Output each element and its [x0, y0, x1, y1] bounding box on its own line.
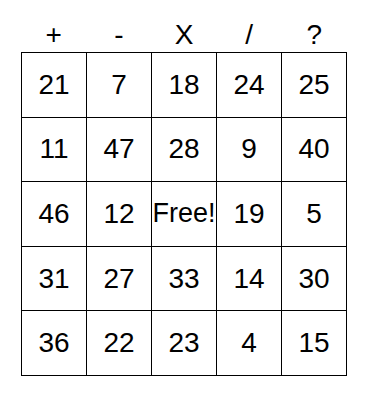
bingo-cell-r3c2[interactable]: 12: [87, 182, 151, 246]
bingo-cell-r4c4[interactable]: 14: [217, 247, 281, 311]
operation-symbol-2: -: [86, 18, 151, 52]
bingo-cell-r5c3[interactable]: 23: [152, 311, 216, 375]
operation-symbol-4: /: [217, 18, 282, 52]
bingo-cell-r2c1[interactable]: 11: [22, 118, 86, 182]
bingo-cell-r2c4[interactable]: 9: [217, 118, 281, 182]
bingo-cell-r1c3[interactable]: 18: [152, 53, 216, 117]
bingo-cell-r2c5[interactable]: 40: [282, 118, 346, 182]
bingo-cell-r5c2[interactable]: 22: [87, 311, 151, 375]
bingo-cell-r5c4[interactable]: 4: [217, 311, 281, 375]
bingo-cell-r4c2[interactable]: 27: [87, 247, 151, 311]
operation-header-row: +-X/?: [21, 18, 347, 52]
bingo-cell-r1c1[interactable]: 21: [22, 53, 86, 117]
free-cell[interactable]: Free!: [152, 182, 216, 246]
bingo-cell-r1c4[interactable]: 24: [217, 53, 281, 117]
operation-symbol-1: +: [21, 18, 86, 52]
bingo-cell-r4c5[interactable]: 30: [282, 247, 346, 311]
operation-symbol-5: ?: [282, 18, 347, 52]
bingo-cell-r4c1[interactable]: 31: [22, 247, 86, 311]
bingo-cell-r3c5[interactable]: 5: [282, 182, 346, 246]
bingo-cell-r2c3[interactable]: 28: [152, 118, 216, 182]
operation-symbol-3: X: [151, 18, 216, 52]
bingo-cell-r4c3[interactable]: 33: [152, 247, 216, 311]
bingo-cell-r1c5[interactable]: 25: [282, 53, 346, 117]
bingo-cell-r5c5[interactable]: 15: [282, 311, 346, 375]
bingo-cell-r1c2[interactable]: 7: [87, 53, 151, 117]
bingo-cell-r5c1[interactable]: 36: [22, 311, 86, 375]
bingo-cell-r2c2[interactable]: 47: [87, 118, 151, 182]
bingo-grid: 2171824251147289404612Free!1953127331430…: [21, 52, 347, 376]
bingo-card: +-X/? 2171824251147289404612Free!1953127…: [0, 0, 368, 400]
bingo-cell-r3c4[interactable]: 19: [217, 182, 281, 246]
bingo-cell-r3c1[interactable]: 46: [22, 182, 86, 246]
